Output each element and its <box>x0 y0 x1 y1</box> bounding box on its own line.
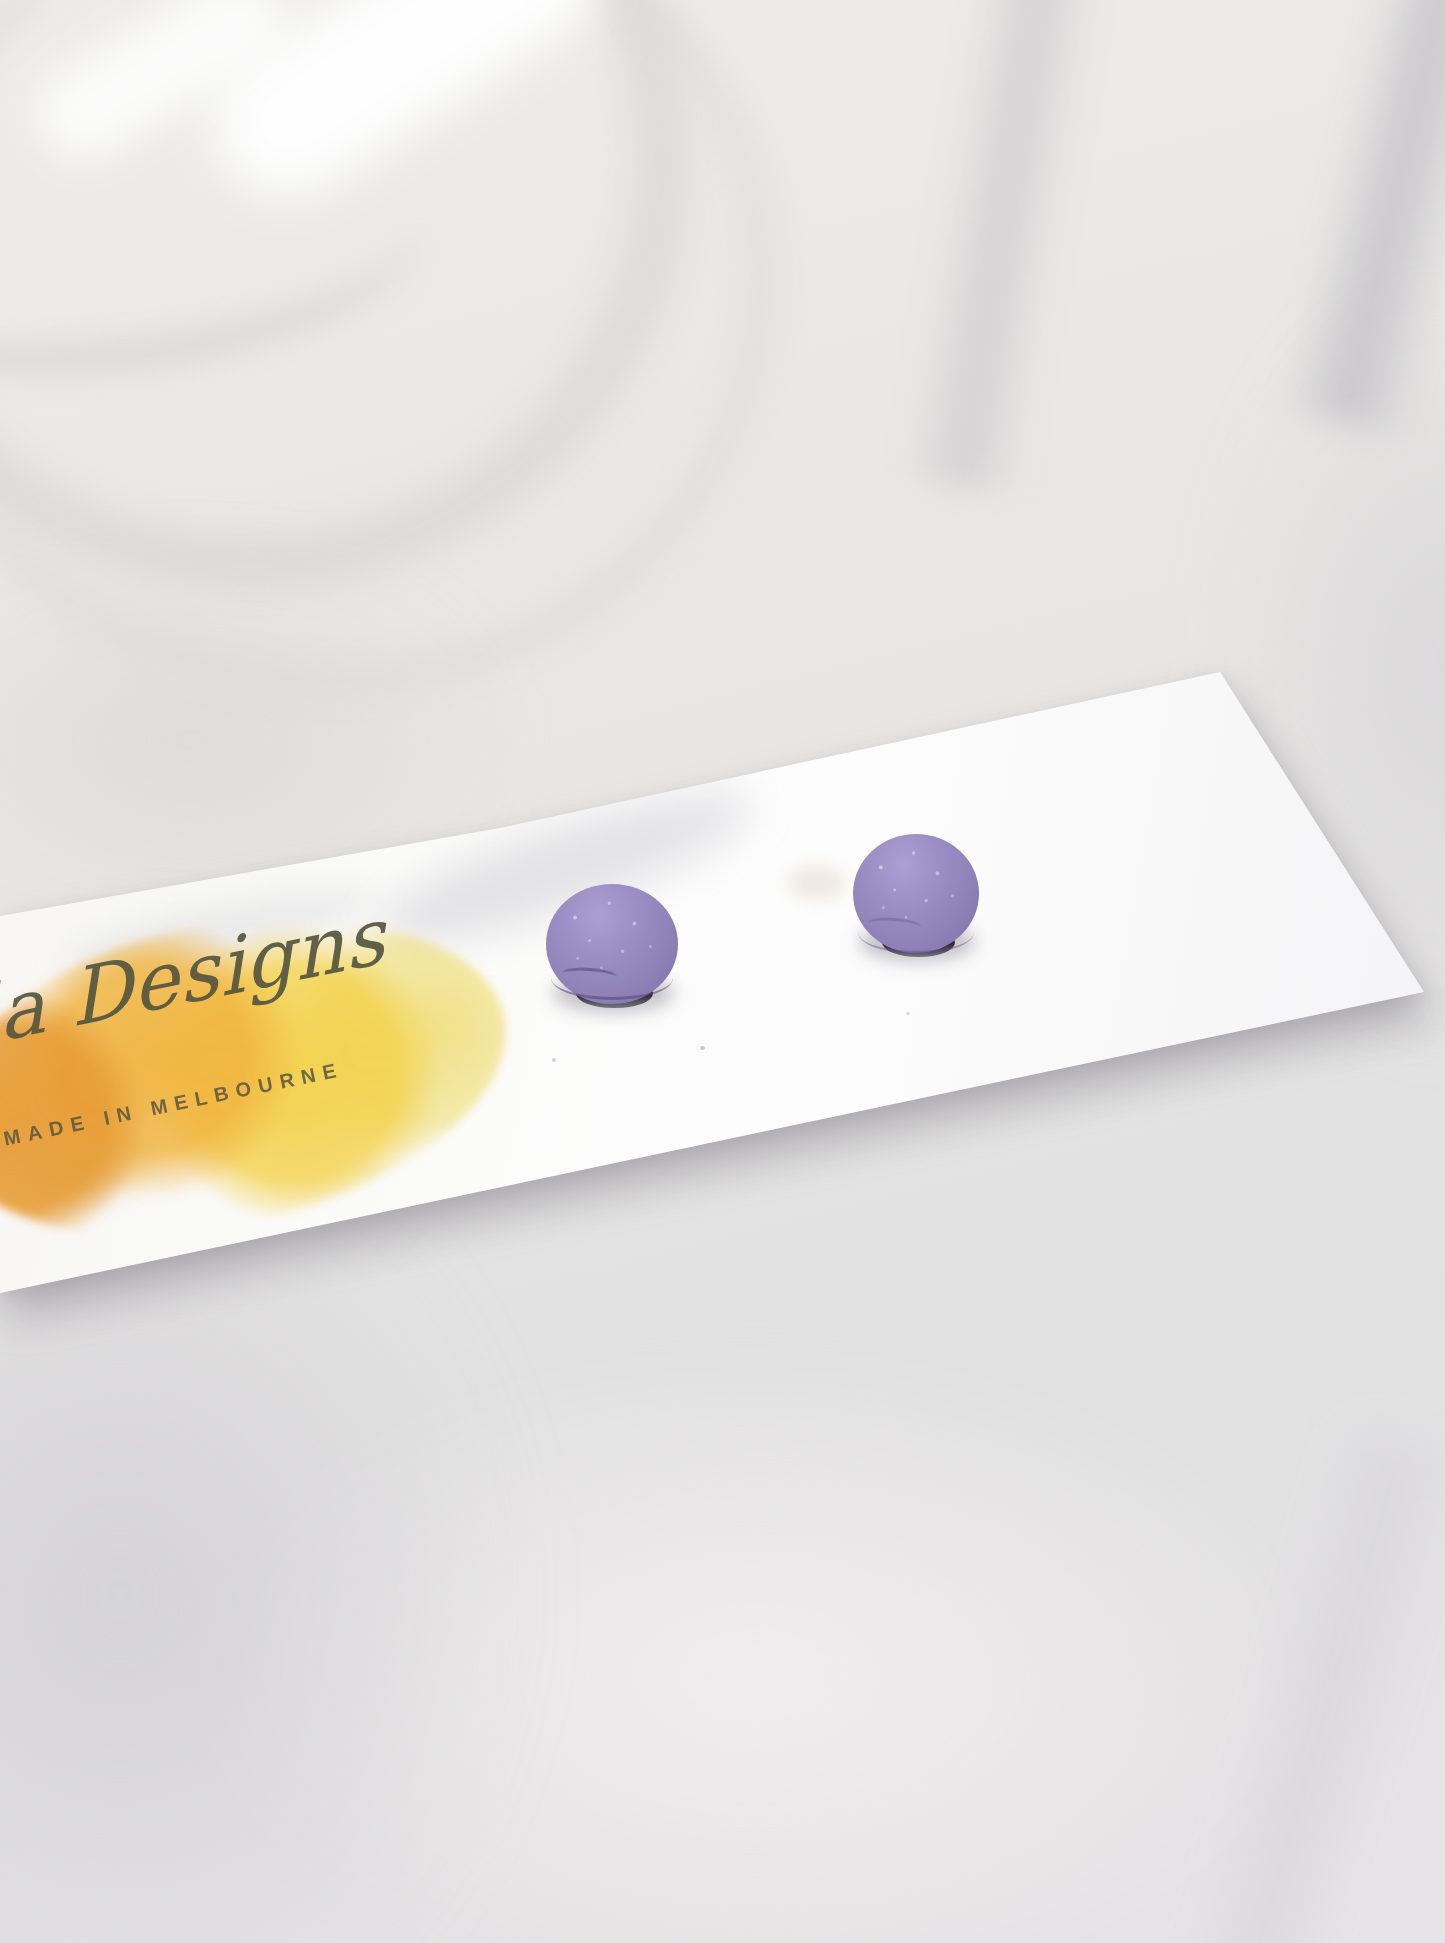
display-card: lla Designs MADE IN MELBOURNE <box>0 0 1445 1943</box>
earring-left <box>546 884 678 1012</box>
card-smudge <box>788 866 846 900</box>
earring-seam <box>858 910 974 954</box>
dust-speck <box>906 1012 910 1015</box>
dust-speck <box>552 1058 556 1062</box>
earring-right <box>853 834 979 961</box>
photo-canvas: lla Designs MADE IN MELBOURNE <box>0 0 1445 1943</box>
display-card-shadow: lla Designs MADE IN MELBOURNE <box>0 0 1445 1943</box>
dust-speck <box>700 1046 705 1050</box>
